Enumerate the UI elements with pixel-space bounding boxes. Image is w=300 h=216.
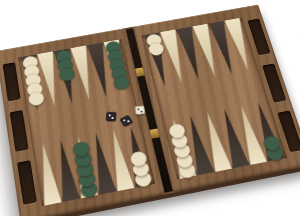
backgammon-scene: ●●●●● ●●● ●●●●● ●●●●● ●●● [0, 4, 300, 216]
green-checker[interactable]: ● [112, 75, 131, 89]
tray-slot [2, 62, 20, 101]
tray-slot [17, 160, 37, 205]
die-black[interactable] [120, 115, 133, 127]
green-checker[interactable]: ● [261, 135, 281, 151]
white-checker[interactable]: ● [27, 91, 45, 106]
left-far-points: ●●●●● ●●● ●●●●● [20, 39, 132, 111]
die-black[interactable] [106, 112, 116, 121]
right-far-points: ●● [143, 18, 256, 88]
right-near-points: ●●●●● ●● [164, 101, 284, 179]
white-checker[interactable]: ● [128, 150, 148, 166]
tray-slot [9, 110, 28, 152]
left-near-points: ●●●●● ●●● [34, 125, 153, 206]
